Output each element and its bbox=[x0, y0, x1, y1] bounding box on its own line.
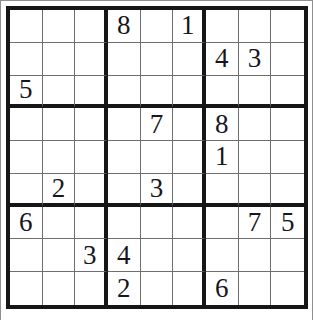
cell-r7c3[interactable] bbox=[75, 207, 108, 240]
cell-r9c6[interactable] bbox=[173, 272, 206, 305]
cell-r5c2[interactable] bbox=[43, 141, 76, 174]
cell-r6c5[interactable]: 3 bbox=[141, 174, 174, 207]
cell-r1c9[interactable] bbox=[271, 10, 304, 43]
cell-r2c4[interactable] bbox=[108, 43, 141, 76]
cell-r5c9[interactable] bbox=[271, 141, 304, 174]
cell-r3c9[interactable] bbox=[271, 76, 304, 109]
cell-r4c6[interactable] bbox=[173, 108, 206, 141]
cell-r4c1[interactable] bbox=[10, 108, 43, 141]
cell-r6c2[interactable]: 2 bbox=[43, 174, 76, 207]
cell-r1c1[interactable] bbox=[10, 10, 43, 43]
cell-r5c4[interactable] bbox=[108, 141, 141, 174]
sudoku-board: 81435781236753426 bbox=[6, 6, 308, 309]
cell-r1c3[interactable] bbox=[75, 10, 108, 43]
cell-r8c7[interactable] bbox=[206, 239, 239, 272]
cell-r3c3[interactable] bbox=[75, 76, 108, 109]
cell-r4c8[interactable] bbox=[239, 108, 272, 141]
cell-r5c6[interactable] bbox=[173, 141, 206, 174]
cell-r1c4[interactable]: 8 bbox=[108, 10, 141, 43]
cell-r2c9[interactable] bbox=[271, 43, 304, 76]
cell-r9c8[interactable] bbox=[239, 272, 272, 305]
cell-r5c1[interactable] bbox=[10, 141, 43, 174]
cell-r8c6[interactable] bbox=[173, 239, 206, 272]
cell-r9c4[interactable]: 2 bbox=[108, 272, 141, 305]
cell-r4c2[interactable] bbox=[43, 108, 76, 141]
cell-r8c4[interactable]: 4 bbox=[108, 239, 141, 272]
cell-r4c9[interactable] bbox=[271, 108, 304, 141]
cell-r7c7[interactable] bbox=[206, 207, 239, 240]
cell-r1c2[interactable] bbox=[43, 10, 76, 43]
cell-r8c1[interactable] bbox=[10, 239, 43, 272]
cell-r7c5[interactable] bbox=[141, 207, 174, 240]
cell-r8c5[interactable] bbox=[141, 239, 174, 272]
cell-r3c4[interactable] bbox=[108, 76, 141, 109]
cell-r5c3[interactable] bbox=[75, 141, 108, 174]
cell-r6c7[interactable] bbox=[206, 174, 239, 207]
cell-r1c6[interactable]: 1 bbox=[173, 10, 206, 43]
cell-r8c2[interactable] bbox=[43, 239, 76, 272]
cell-r2c7[interactable]: 4 bbox=[206, 43, 239, 76]
cell-r9c5[interactable] bbox=[141, 272, 174, 305]
cell-r7c8[interactable]: 7 bbox=[239, 207, 272, 240]
cell-r2c6[interactable] bbox=[173, 43, 206, 76]
cell-r2c8[interactable]: 3 bbox=[239, 43, 272, 76]
cell-r5c8[interactable] bbox=[239, 141, 272, 174]
cell-r9c7[interactable]: 6 bbox=[206, 272, 239, 305]
image-frame: 81435781236753426 bbox=[0, 0, 313, 320]
cell-r3c6[interactable] bbox=[173, 76, 206, 109]
cell-r2c5[interactable] bbox=[141, 43, 174, 76]
cell-r6c1[interactable] bbox=[10, 174, 43, 207]
cell-r4c3[interactable] bbox=[75, 108, 108, 141]
cell-r6c3[interactable] bbox=[75, 174, 108, 207]
cell-r4c7[interactable]: 8 bbox=[206, 108, 239, 141]
cell-r9c1[interactable] bbox=[10, 272, 43, 305]
cell-r1c5[interactable] bbox=[141, 10, 174, 43]
cell-r9c2[interactable] bbox=[43, 272, 76, 305]
cell-r2c2[interactable] bbox=[43, 43, 76, 76]
cell-r1c8[interactable] bbox=[239, 10, 272, 43]
cell-r8c9[interactable] bbox=[271, 239, 304, 272]
cell-r7c2[interactable] bbox=[43, 207, 76, 240]
cell-r2c3[interactable] bbox=[75, 43, 108, 76]
cell-r4c5[interactable]: 7 bbox=[141, 108, 174, 141]
cell-r6c6[interactable] bbox=[173, 174, 206, 207]
cell-r3c5[interactable] bbox=[141, 76, 174, 109]
cell-r5c5[interactable] bbox=[141, 141, 174, 174]
cell-r9c3[interactable] bbox=[75, 272, 108, 305]
cell-r3c1[interactable]: 5 bbox=[10, 76, 43, 109]
cell-r1c7[interactable] bbox=[206, 10, 239, 43]
cell-r7c6[interactable] bbox=[173, 207, 206, 240]
cell-r3c2[interactable] bbox=[43, 76, 76, 109]
cell-r3c8[interactable] bbox=[239, 76, 272, 109]
cell-r6c8[interactable] bbox=[239, 174, 272, 207]
cell-r8c3[interactable]: 3 bbox=[75, 239, 108, 272]
cell-r5c7[interactable]: 1 bbox=[206, 141, 239, 174]
cell-r6c9[interactable] bbox=[271, 174, 304, 207]
cell-r6c4[interactable] bbox=[108, 174, 141, 207]
cell-r7c4[interactable] bbox=[108, 207, 141, 240]
cell-r3c7[interactable] bbox=[206, 76, 239, 109]
cell-r4c4[interactable] bbox=[108, 108, 141, 141]
cell-r8c8[interactable] bbox=[239, 239, 272, 272]
cell-r9c9[interactable] bbox=[271, 272, 304, 305]
cell-r7c1[interactable]: 6 bbox=[10, 207, 43, 240]
cell-r2c1[interactable] bbox=[10, 43, 43, 76]
cell-r7c9[interactable]: 5 bbox=[271, 207, 304, 240]
